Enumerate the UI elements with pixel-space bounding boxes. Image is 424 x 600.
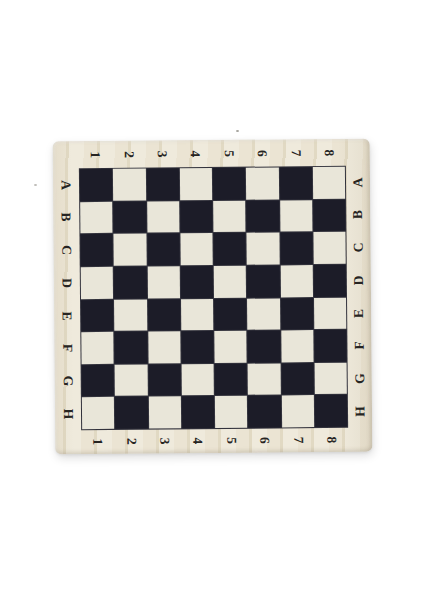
square-B7[interactable] [280, 200, 313, 232]
file-labels-top: 12345678 [79, 139, 346, 168]
file-label-bottom-1: 1 [81, 430, 115, 454]
square-B8[interactable] [313, 199, 346, 231]
file-label-top-text-5: 5 [222, 150, 236, 157]
square-B6[interactable] [246, 200, 279, 232]
square-A7[interactable] [279, 167, 312, 199]
square-B2[interactable] [113, 201, 146, 233]
square-D5[interactable] [214, 266, 247, 298]
file-label-top-4: 4 [179, 140, 213, 167]
square-F4[interactable] [181, 331, 214, 363]
rank-label-right-text-F: F [353, 342, 367, 350]
square-H3[interactable] [148, 397, 181, 429]
square-E5[interactable] [214, 298, 247, 330]
rank-label-right-text-C: C [352, 243, 366, 253]
square-G7[interactable] [281, 363, 314, 395]
square-G2[interactable] [115, 364, 148, 396]
square-A8[interactable] [313, 167, 346, 199]
file-label-top-7: 7 [279, 139, 313, 166]
file-label-bottom-text-8: 8 [325, 437, 339, 444]
square-G6[interactable] [248, 363, 281, 395]
file-label-top-text-6: 6 [256, 150, 270, 157]
file-label-bottom-2: 2 [115, 430, 149, 454]
square-E3[interactable] [148, 299, 181, 331]
file-label-top-8: 8 [312, 139, 346, 166]
file-label-top-1: 1 [79, 141, 113, 168]
rank-label-left-text-C: C [60, 245, 74, 255]
square-G3[interactable] [148, 364, 181, 396]
square-D4[interactable] [180, 266, 213, 298]
rank-label-left-F: F [54, 332, 80, 365]
file-label-top-3: 3 [145, 140, 179, 167]
file-label-bottom-3: 3 [148, 429, 182, 453]
file-label-bottom-text-4: 4 [191, 438, 205, 445]
rank-label-left-text-G: G [61, 376, 75, 387]
square-C7[interactable] [280, 232, 313, 264]
rank-label-right-text-G: G [353, 373, 367, 384]
rank-label-right-B: B [346, 198, 370, 231]
square-H1[interactable] [82, 397, 115, 429]
square-G4[interactable] [181, 364, 214, 396]
square-D1[interactable] [81, 267, 114, 299]
square-H2[interactable] [115, 397, 148, 429]
rank-label-left-text-B: B [60, 213, 74, 222]
square-H5[interactable] [215, 396, 248, 428]
file-label-top-text-2: 2 [122, 151, 136, 158]
rank-label-right-C: C [346, 231, 370, 264]
square-C5[interactable] [213, 233, 246, 265]
square-F6[interactable] [248, 331, 281, 363]
square-E7[interactable] [281, 298, 314, 330]
square-E1[interactable] [81, 299, 114, 331]
rank-label-left-text-F: F [61, 344, 75, 352]
rank-labels-right: ABCDEFGH [346, 166, 372, 428]
rank-label-left-C: C [53, 234, 79, 267]
square-F1[interactable] [81, 332, 114, 364]
square-C3[interactable] [147, 234, 180, 266]
square-H8[interactable] [315, 395, 348, 427]
square-E2[interactable] [114, 299, 147, 331]
square-D3[interactable] [147, 266, 180, 298]
file-label-top-6: 6 [246, 139, 280, 166]
rank-label-right-A: A [346, 166, 370, 199]
file-label-top-5: 5 [212, 140, 246, 167]
rank-label-right-E: E [347, 297, 371, 330]
square-A4[interactable] [180, 168, 213, 200]
file-label-bottom-5: 5 [215, 429, 249, 453]
square-D2[interactable] [114, 266, 147, 298]
square-C1[interactable] [80, 234, 113, 266]
square-C8[interactable] [313, 232, 346, 264]
rank-label-right-H: H [348, 395, 372, 428]
dust-speck [34, 184, 37, 186]
square-A5[interactable] [213, 168, 246, 200]
file-label-top-text-7: 7 [289, 149, 303, 156]
rank-label-right-text-H: H [353, 406, 367, 417]
file-label-top-text-1: 1 [89, 151, 103, 158]
square-H4[interactable] [182, 396, 215, 428]
square-E6[interactable] [247, 298, 280, 330]
square-F5[interactable] [214, 331, 247, 363]
file-label-bottom-4: 4 [181, 429, 215, 453]
rank-label-right-text-A: A [351, 177, 365, 187]
rank-label-left-A: A [53, 168, 79, 201]
square-F8[interactable] [314, 330, 347, 362]
file-label-top-text-3: 3 [155, 150, 169, 157]
square-H6[interactable] [248, 396, 281, 428]
rank-label-left-text-A: A [59, 180, 73, 190]
file-label-bottom-text-3: 3 [158, 438, 172, 445]
file-label-bottom-text-1: 1 [91, 439, 105, 446]
file-label-bottom-text-6: 6 [258, 437, 272, 444]
square-G5[interactable] [215, 363, 248, 395]
file-label-top-2: 2 [112, 141, 146, 168]
rank-label-left-B: B [53, 201, 79, 234]
square-F3[interactable] [148, 331, 181, 363]
file-label-bottom-8: 8 [315, 428, 349, 452]
rank-label-right-text-B: B [351, 210, 365, 219]
board-squares [79, 166, 348, 430]
rank-label-left-text-D: D [60, 278, 74, 288]
square-H7[interactable] [281, 395, 314, 427]
square-D6[interactable] [247, 265, 280, 297]
square-A3[interactable] [146, 168, 179, 200]
dust-speck [236, 130, 239, 132]
square-C2[interactable] [114, 234, 147, 266]
rank-label-right-G: G [348, 362, 372, 395]
chess-board: 12345678 12345678 ABCDEFGH ABCDEFGH [53, 139, 373, 455]
file-label-bottom-text-5: 5 [225, 437, 239, 444]
file-label-bottom-text-2: 2 [125, 438, 139, 445]
rank-label-right-F: F [347, 329, 371, 362]
square-E4[interactable] [181, 298, 214, 330]
rank-label-left-text-H: H [61, 409, 75, 420]
rank-label-right-text-E: E [352, 309, 366, 318]
square-C4[interactable] [180, 233, 213, 265]
file-label-bottom-text-7: 7 [291, 437, 305, 444]
file-labels-bottom: 12345678 [81, 428, 348, 454]
rank-labels-left: ABCDEFGH [53, 168, 81, 430]
rank-label-left-H: H [55, 397, 81, 430]
file-label-bottom-6: 6 [248, 428, 282, 452]
rank-label-right-text-D: D [352, 275, 366, 285]
square-F7[interactable] [281, 330, 314, 362]
square-B1[interactable] [80, 201, 113, 233]
square-G8[interactable] [314, 363, 347, 395]
file-label-top-text-4: 4 [189, 150, 203, 157]
square-A6[interactable] [246, 167, 279, 199]
square-G1[interactable] [82, 365, 115, 397]
square-B3[interactable] [147, 201, 180, 233]
rank-label-left-E: E [54, 299, 80, 332]
square-C6[interactable] [247, 233, 280, 265]
square-B4[interactable] [180, 201, 213, 233]
rank-label-left-G: G [55, 365, 81, 398]
square-B5[interactable] [213, 200, 246, 232]
square-F2[interactable] [115, 332, 148, 364]
square-A2[interactable] [113, 169, 146, 201]
file-label-bottom-7: 7 [281, 428, 315, 452]
square-A1[interactable] [80, 169, 113, 201]
rank-label-left-text-E: E [60, 311, 74, 320]
photo-background: 12345678 12345678 ABCDEFGH ABCDEFGH [0, 0, 424, 600]
file-label-top-text-8: 8 [322, 149, 336, 156]
rank-label-right-D: D [347, 264, 371, 297]
rank-label-left-D: D [54, 266, 80, 299]
square-D7[interactable] [280, 265, 313, 297]
square-E8[interactable] [314, 297, 347, 329]
square-D8[interactable] [313, 265, 346, 297]
